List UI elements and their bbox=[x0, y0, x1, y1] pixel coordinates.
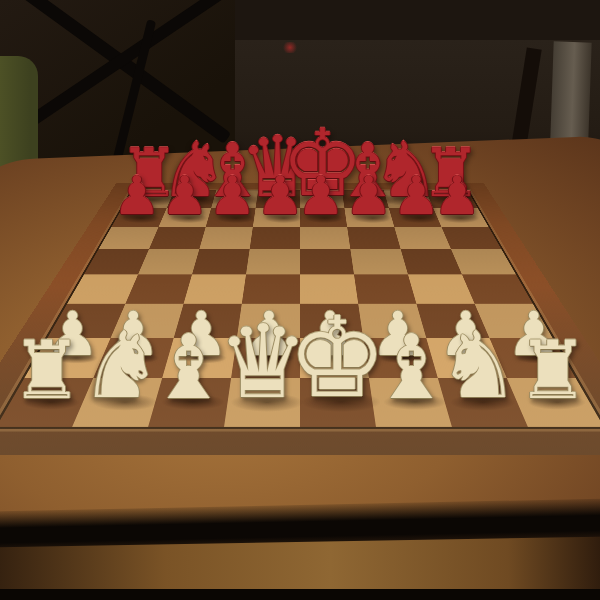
piece-red-pawn-a7[interactable]: ♟ bbox=[113, 170, 161, 223]
piece-red-pawn-b7[interactable]: ♟ bbox=[161, 170, 209, 223]
piece-white-rook-h1[interactable]: ♜ bbox=[517, 331, 589, 411]
piece-white-rook-a1[interactable]: ♜ bbox=[11, 331, 83, 411]
piece-red-pawn-c7[interactable]: ♟ bbox=[209, 170, 257, 223]
pieces-layer: ♜♞♝♛♚♝♞♜♟♟♟♟♟♟♟♟♟♟♟♟♟♟♟♟♜♞♝♛♚♝♞♜ bbox=[0, 0, 600, 600]
piece-red-pawn-h7[interactable]: ♟ bbox=[433, 170, 481, 223]
scene: ♜♞♝♛♚♝♞♜♟♟♟♟♟♟♟♟♟♟♟♟♟♟♟♟♜♞♝♛♚♝♞♜ bbox=[0, 0, 600, 600]
piece-red-pawn-f7[interactable]: ♟ bbox=[345, 170, 393, 223]
piece-red-pawn-e7[interactable]: ♟ bbox=[297, 170, 345, 223]
piece-white-knight-g1[interactable]: ♞ bbox=[438, 320, 520, 412]
